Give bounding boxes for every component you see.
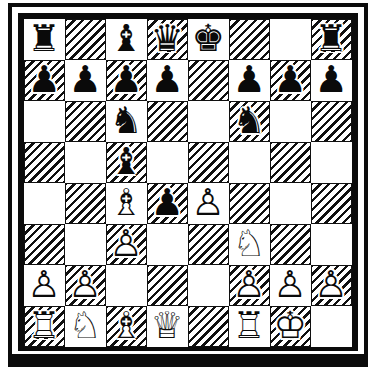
white-pawn-a2: ♟♙ — [24, 265, 65, 306]
board-frame-inner: ♜♜♝♝♛♛♚♚♜♜♟♟♟♟♟♟♟♟♟♟♟♟♟♟♞♞♞♞♝♝♝♗♟♟♟♙♟♙♞♘… — [18, 13, 358, 351]
square-g5[interactable] — [270, 142, 311, 183]
square-f1[interactable]: ♜♖ — [229, 306, 270, 347]
square-f2[interactable]: ♟♙ — [229, 265, 270, 306]
square-g1[interactable]: ♚♔ — [270, 306, 311, 347]
black-pawn-b7: ♟♟ — [65, 60, 106, 101]
square-d3[interactable] — [147, 224, 188, 265]
black-pawn-g7: ♟♟ — [270, 60, 311, 101]
square-a2[interactable]: ♟♙ — [24, 265, 65, 306]
square-d1[interactable]: ♛♕ — [147, 306, 188, 347]
square-c6[interactable]: ♞♞ — [106, 101, 147, 142]
black-bishop-icon: ♝ — [106, 20, 147, 57]
white-pawn-b2: ♟♙ — [65, 265, 106, 306]
square-a5[interactable] — [24, 142, 65, 183]
square-h2[interactable]: ♟♙ — [311, 265, 352, 306]
chess-board: ♜♜♝♝♛♛♚♚♜♜♟♟♟♟♟♟♟♟♟♟♟♟♟♟♞♞♞♞♝♝♝♗♟♟♟♙♟♙♞♘… — [24, 19, 352, 347]
square-g7[interactable]: ♟♟ — [270, 60, 311, 101]
black-pawn-f7: ♟♟ — [229, 60, 270, 101]
square-f8[interactable] — [229, 19, 270, 60]
white-rook-icon: ♖ — [24, 307, 65, 344]
white-knight-b1: ♞♘ — [65, 306, 106, 347]
black-pawn-d4: ♟♟ — [147, 183, 188, 224]
black-pawn-icon: ♟ — [270, 61, 311, 98]
square-f7[interactable]: ♟♟ — [229, 60, 270, 101]
white-bishop-c1: ♝♗ — [106, 306, 147, 347]
chess-diagram-page: ♜♜♝♝♛♛♚♚♜♜♟♟♟♟♟♟♟♟♟♟♟♟♟♟♞♞♞♞♝♝♝♗♟♟♟♙♟♙♞♘… — [0, 0, 375, 375]
square-h4[interactable] — [311, 183, 352, 224]
black-pawn-d7: ♟♟ — [147, 60, 188, 101]
white-pawn-icon: ♙ — [188, 184, 229, 221]
white-bishop-icon: ♗ — [106, 307, 147, 344]
white-knight-icon: ♘ — [65, 307, 106, 344]
black-king-icon: ♚ — [188, 20, 229, 57]
square-c3[interactable]: ♟♙ — [106, 224, 147, 265]
black-king-e8: ♚♚ — [188, 19, 229, 60]
square-h5[interactable] — [311, 142, 352, 183]
white-rook-a1: ♜♖ — [24, 306, 65, 347]
square-h1[interactable] — [311, 306, 352, 347]
square-c7[interactable]: ♟♟ — [106, 60, 147, 101]
square-b8[interactable] — [65, 19, 106, 60]
square-d7[interactable]: ♟♟ — [147, 60, 188, 101]
black-knight-f6: ♞♞ — [229, 101, 270, 142]
square-c8[interactable]: ♝♝ — [106, 19, 147, 60]
white-pawn-c3: ♟♙ — [106, 224, 147, 265]
square-d4[interactable]: ♟♟ — [147, 183, 188, 224]
white-bishop-c4: ♝♗ — [106, 183, 147, 224]
white-rook-icon: ♖ — [229, 307, 270, 344]
black-knight-icon: ♞ — [106, 102, 147, 139]
square-a1[interactable]: ♜♖ — [24, 306, 65, 347]
white-pawn-h2: ♟♙ — [311, 265, 352, 306]
black-rook-icon: ♜ — [24, 20, 65, 57]
square-e8[interactable]: ♚♚ — [188, 19, 229, 60]
square-h3[interactable] — [311, 224, 352, 265]
square-e5[interactable] — [188, 142, 229, 183]
square-b3[interactable] — [65, 224, 106, 265]
square-d5[interactable] — [147, 142, 188, 183]
black-bishop-c5: ♝♝ — [106, 142, 147, 183]
square-g4[interactable] — [270, 183, 311, 224]
black-pawn-icon: ♟ — [106, 61, 147, 98]
square-b7[interactable]: ♟♟ — [65, 60, 106, 101]
white-pawn-icon: ♙ — [106, 225, 147, 262]
black-bishop-icon: ♝ — [106, 143, 147, 180]
square-e7[interactable] — [188, 60, 229, 101]
square-g8[interactable] — [270, 19, 311, 60]
square-c1[interactable]: ♝♗ — [106, 306, 147, 347]
white-rook-f1: ♜♖ — [229, 306, 270, 347]
black-pawn-c7: ♟♟ — [106, 60, 147, 101]
square-h6[interactable] — [311, 101, 352, 142]
black-pawn-icon: ♟ — [65, 61, 106, 98]
black-rook-a8: ♜♜ — [24, 19, 65, 60]
square-a7[interactable]: ♟♟ — [24, 60, 65, 101]
black-queen-icon: ♛ — [147, 20, 188, 57]
white-pawn-f2: ♟♙ — [229, 265, 270, 306]
square-e1[interactable] — [188, 306, 229, 347]
black-pawn-icon: ♟ — [229, 61, 270, 98]
square-b5[interactable] — [65, 142, 106, 183]
white-pawn-icon: ♙ — [311, 266, 352, 303]
white-pawn-icon: ♙ — [24, 266, 65, 303]
white-queen-d1: ♛♕ — [147, 306, 188, 347]
black-pawn-h7: ♟♟ — [311, 60, 352, 101]
white-knight-f3: ♞♘ — [229, 224, 270, 265]
white-bishop-icon: ♗ — [106, 184, 147, 221]
square-g6[interactable] — [270, 101, 311, 142]
black-rook-icon: ♜ — [311, 20, 352, 57]
black-pawn-icon: ♟ — [147, 184, 188, 221]
square-h8[interactable]: ♜♜ — [311, 19, 352, 60]
black-bishop-c8: ♝♝ — [106, 19, 147, 60]
square-c2[interactable] — [106, 265, 147, 306]
square-e2[interactable] — [188, 265, 229, 306]
white-knight-icon: ♘ — [229, 225, 270, 262]
square-c5[interactable]: ♝♝ — [106, 142, 147, 183]
square-g3[interactable] — [270, 224, 311, 265]
square-e4[interactable]: ♟♙ — [188, 183, 229, 224]
square-f6[interactable]: ♞♞ — [229, 101, 270, 142]
white-pawn-icon: ♙ — [229, 266, 270, 303]
black-rook-h8: ♜♜ — [311, 19, 352, 60]
square-a4[interactable] — [24, 183, 65, 224]
white-queen-icon: ♕ — [147, 307, 188, 344]
square-e3[interactable] — [188, 224, 229, 265]
square-f4[interactable] — [229, 183, 270, 224]
square-a3[interactable] — [24, 224, 65, 265]
square-f3[interactable]: ♞♘ — [229, 224, 270, 265]
square-g2[interactable]: ♟♙ — [270, 265, 311, 306]
black-knight-c6: ♞♞ — [106, 101, 147, 142]
square-b1[interactable]: ♞♘ — [65, 306, 106, 347]
white-pawn-g2: ♟♙ — [270, 265, 311, 306]
square-d2[interactable] — [147, 265, 188, 306]
white-king-icon: ♔ — [270, 307, 311, 344]
white-pawn-icon: ♙ — [65, 266, 106, 303]
square-d6[interactable] — [147, 101, 188, 142]
black-pawn-a7: ♟♟ — [24, 60, 65, 101]
square-e6[interactable] — [188, 101, 229, 142]
black-queen-d8: ♛♛ — [147, 19, 188, 60]
white-king-g1: ♚♔ — [270, 306, 311, 347]
black-pawn-icon: ♟ — [147, 61, 188, 98]
square-a8[interactable]: ♜♜ — [24, 19, 65, 60]
black-knight-icon: ♞ — [229, 102, 270, 139]
square-b6[interactable] — [65, 101, 106, 142]
square-f5[interactable] — [229, 142, 270, 183]
square-c4[interactable]: ♝♗ — [106, 183, 147, 224]
white-pawn-e4: ♟♙ — [188, 183, 229, 224]
black-pawn-icon: ♟ — [24, 61, 65, 98]
white-pawn-icon: ♙ — [270, 266, 311, 303]
square-b2[interactable]: ♟♙ — [65, 265, 106, 306]
square-a6[interactable] — [24, 101, 65, 142]
square-d8[interactable]: ♛♛ — [147, 19, 188, 60]
square-h7[interactable]: ♟♟ — [311, 60, 352, 101]
board-frame-outer: ♜♜♝♝♛♛♚♚♜♜♟♟♟♟♟♟♟♟♟♟♟♟♟♟♞♞♞♞♝♝♝♗♟♟♟♙♟♙♞♘… — [8, 3, 368, 367]
black-pawn-icon: ♟ — [311, 61, 352, 98]
square-b4[interactable] — [65, 183, 106, 224]
